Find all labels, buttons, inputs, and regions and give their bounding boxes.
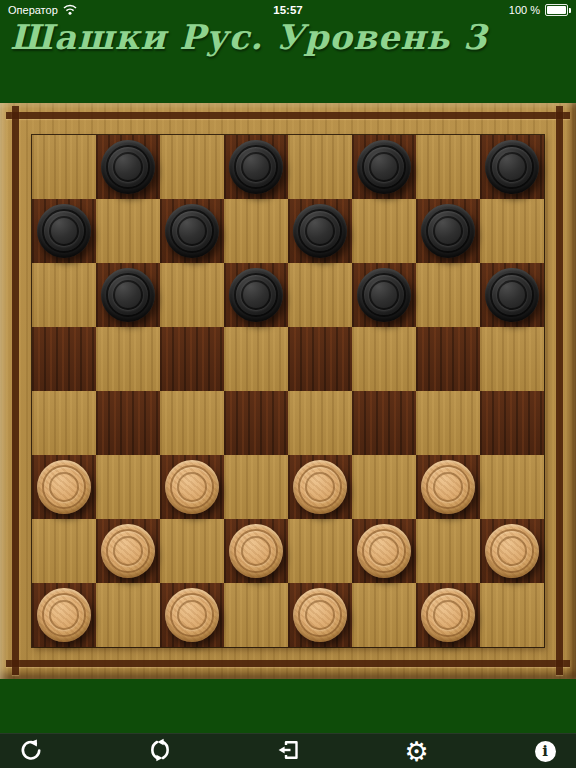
dark-piece[interactable] (485, 140, 539, 194)
square-c4[interactable] (160, 391, 224, 455)
square-d7[interactable] (224, 199, 288, 263)
square-a1[interactable] (32, 583, 96, 647)
square-f7[interactable] (352, 199, 416, 263)
square-g5[interactable] (416, 327, 480, 391)
square-c6[interactable] (160, 263, 224, 327)
square-h5[interactable] (480, 327, 544, 391)
undo-button[interactable] (16, 736, 46, 766)
square-d1[interactable] (224, 583, 288, 647)
square-d2[interactable] (224, 519, 288, 583)
square-h4[interactable] (480, 391, 544, 455)
square-g6[interactable] (416, 263, 480, 327)
dark-piece[interactable] (101, 140, 155, 194)
square-f8[interactable] (352, 135, 416, 199)
square-a7[interactable] (32, 199, 96, 263)
exit-door-icon (276, 738, 300, 765)
wifi-icon (63, 4, 77, 17)
square-d5[interactable] (224, 327, 288, 391)
square-c3[interactable] (160, 455, 224, 519)
page-title: Шашки Рус. Уровень 3 (10, 17, 570, 57)
square-h6[interactable] (480, 263, 544, 327)
square-b6[interactable] (96, 263, 160, 327)
board-grid (32, 135, 544, 647)
square-h8[interactable] (480, 135, 544, 199)
square-h3[interactable] (480, 455, 544, 519)
dark-piece[interactable] (229, 140, 283, 194)
light-piece[interactable] (101, 524, 155, 578)
settings-button[interactable]: ⚙ (402, 736, 432, 766)
carrier-label: Оператор (8, 4, 58, 16)
info-icon: i (535, 741, 556, 762)
light-piece[interactable] (293, 588, 347, 642)
dark-piece[interactable] (357, 140, 411, 194)
square-b1[interactable] (96, 583, 160, 647)
dark-piece[interactable] (421, 204, 475, 258)
square-e2[interactable] (288, 519, 352, 583)
gear-icon: ⚙ (404, 738, 428, 765)
light-piece[interactable] (165, 588, 219, 642)
light-piece[interactable] (293, 460, 347, 514)
square-h2[interactable] (480, 519, 544, 583)
square-g4[interactable] (416, 391, 480, 455)
square-d4[interactable] (224, 391, 288, 455)
square-f4[interactable] (352, 391, 416, 455)
light-piece[interactable] (37, 588, 91, 642)
square-a5[interactable] (32, 327, 96, 391)
dark-piece[interactable] (229, 268, 283, 322)
dark-piece[interactable] (293, 204, 347, 258)
dark-piece[interactable] (37, 204, 91, 258)
square-g7[interactable] (416, 199, 480, 263)
square-b5[interactable] (96, 327, 160, 391)
square-g8[interactable] (416, 135, 480, 199)
board-inlay-line-bottom (6, 660, 570, 667)
light-piece[interactable] (421, 588, 475, 642)
restart-arrows-icon (148, 738, 172, 765)
square-e4[interactable] (288, 391, 352, 455)
checkers-board (0, 103, 576, 679)
square-f5[interactable] (352, 327, 416, 391)
square-f1[interactable] (352, 583, 416, 647)
light-piece[interactable] (37, 460, 91, 514)
light-piece[interactable] (357, 524, 411, 578)
square-a6[interactable] (32, 263, 96, 327)
dark-piece[interactable] (485, 268, 539, 322)
square-a8[interactable] (32, 135, 96, 199)
square-g2[interactable] (416, 519, 480, 583)
square-e6[interactable] (288, 263, 352, 327)
square-g3[interactable] (416, 455, 480, 519)
square-b8[interactable] (96, 135, 160, 199)
undo-arrow-icon (19, 738, 43, 765)
square-f3[interactable] (352, 455, 416, 519)
square-e7[interactable] (288, 199, 352, 263)
square-e1[interactable] (288, 583, 352, 647)
bottom-toolbar: ⚙ i (0, 733, 576, 768)
light-piece[interactable] (229, 524, 283, 578)
square-b2[interactable] (96, 519, 160, 583)
square-c7[interactable] (160, 199, 224, 263)
board-inlay-line-left (12, 106, 19, 675)
battery-percent-label: 100 % (509, 4, 540, 16)
square-c1[interactable] (160, 583, 224, 647)
square-d3[interactable] (224, 455, 288, 519)
square-c5[interactable] (160, 327, 224, 391)
square-a3[interactable] (32, 455, 96, 519)
square-b3[interactable] (96, 455, 160, 519)
square-e5[interactable] (288, 327, 352, 391)
square-e3[interactable] (288, 455, 352, 519)
light-piece[interactable] (165, 460, 219, 514)
square-b7[interactable] (96, 199, 160, 263)
restart-button[interactable] (145, 736, 175, 766)
square-b4[interactable] (96, 391, 160, 455)
exit-button[interactable] (273, 736, 303, 766)
square-c8[interactable] (160, 135, 224, 199)
square-a4[interactable] (32, 391, 96, 455)
square-h1[interactable] (480, 583, 544, 647)
battery-icon (545, 4, 568, 16)
light-piece[interactable] (421, 460, 475, 514)
square-a2[interactable] (32, 519, 96, 583)
square-c2[interactable] (160, 519, 224, 583)
board-inlay-line-top (6, 112, 570, 119)
dark-piece[interactable] (101, 268, 155, 322)
info-button[interactable]: i (530, 736, 560, 766)
square-f2[interactable] (352, 519, 416, 583)
dark-piece[interactable] (357, 268, 411, 322)
clock: 15:57 (273, 4, 302, 16)
square-h7[interactable] (480, 199, 544, 263)
square-f6[interactable] (352, 263, 416, 327)
board-inlay-line-right (556, 106, 563, 675)
light-piece[interactable] (485, 524, 539, 578)
square-e8[interactable] (288, 135, 352, 199)
dark-piece[interactable] (165, 204, 219, 258)
square-d8[interactable] (224, 135, 288, 199)
square-g1[interactable] (416, 583, 480, 647)
square-d6[interactable] (224, 263, 288, 327)
